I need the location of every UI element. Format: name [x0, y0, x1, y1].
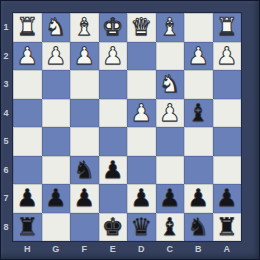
square-c3[interactable]: ♞: [156, 70, 185, 99]
white-pawn[interactable]: ♟: [45, 42, 67, 70]
rank-label-7: 7: [0, 184, 12, 213]
square-e3[interactable]: [99, 70, 128, 99]
square-f8[interactable]: [70, 213, 99, 242]
chess-diagram: ♜♞♝♚♛♝♜♟♟♟♟♟♟♞♟♟♝♞♟♟♟♟♟♟♟♟♜♚♛♝♞♜ 1234567…: [0, 0, 260, 260]
black-queen[interactable]: ♛: [130, 213, 152, 241]
file-label-f: F: [70, 243, 99, 256]
black-knight[interactable]: ♞: [187, 213, 209, 241]
black-pawn[interactable]: ♟: [16, 184, 38, 212]
file-label-h: H: [13, 243, 42, 256]
white-knight[interactable]: ♞: [45, 13, 67, 41]
square-g7[interactable]: ♟: [42, 184, 71, 213]
square-h5[interactable]: [13, 127, 42, 156]
rank-label-2: 2: [0, 42, 12, 71]
square-h1[interactable]: ♜: [13, 13, 42, 42]
square-c2[interactable]: [156, 42, 185, 71]
rank-label-5: 5: [0, 127, 12, 156]
black-bishop[interactable]: ♝: [187, 99, 209, 127]
white-queen[interactable]: ♛: [130, 13, 152, 41]
square-b4[interactable]: ♝: [184, 99, 213, 128]
white-bishop[interactable]: ♝: [159, 13, 181, 41]
black-rook[interactable]: ♜: [216, 213, 238, 241]
black-pawn[interactable]: ♟: [159, 184, 181, 212]
square-d2[interactable]: [127, 42, 156, 71]
square-h3[interactable]: [13, 70, 42, 99]
square-g4[interactable]: [42, 99, 71, 128]
square-g6[interactable]: [42, 156, 71, 185]
square-b2[interactable]: ♟: [184, 42, 213, 71]
square-g3[interactable]: [42, 70, 71, 99]
square-d3[interactable]: [127, 70, 156, 99]
black-pawn[interactable]: ♟: [187, 184, 209, 212]
square-f6[interactable]: ♞: [70, 156, 99, 185]
square-a2[interactable]: ♟: [213, 42, 242, 71]
rank-label-3: 3: [0, 70, 12, 99]
white-rook[interactable]: ♜: [216, 13, 238, 41]
square-c1[interactable]: ♝: [156, 13, 185, 42]
square-b6[interactable]: [184, 156, 213, 185]
chess-board: ♜♞♝♚♛♝♜♟♟♟♟♟♟♞♟♟♝♞♟♟♟♟♟♟♟♟♜♚♛♝♞♜: [12, 12, 242, 242]
file-label-g: G: [42, 243, 71, 256]
black-pawn[interactable]: ♟: [216, 184, 238, 212]
file-label-d: D: [127, 243, 156, 256]
white-bishop[interactable]: ♝: [73, 13, 95, 41]
white-rook[interactable]: ♜: [16, 13, 38, 41]
black-rook[interactable]: ♜: [16, 213, 38, 241]
square-b7[interactable]: ♟: [184, 184, 213, 213]
square-f4[interactable]: [70, 99, 99, 128]
rank-label-4: 4: [0, 99, 12, 128]
square-a4[interactable]: [213, 99, 242, 128]
black-pawn[interactable]: ♟: [130, 184, 152, 212]
square-c5[interactable]: [156, 127, 185, 156]
black-bishop[interactable]: ♝: [159, 213, 181, 241]
square-e6[interactable]: ♟: [99, 156, 128, 185]
square-f1[interactable]: ♝: [70, 13, 99, 42]
square-g5[interactable]: [42, 127, 71, 156]
square-e4[interactable]: [99, 99, 128, 128]
square-b5[interactable]: [184, 127, 213, 156]
square-h6[interactable]: [13, 156, 42, 185]
square-c4[interactable]: ♟: [156, 99, 185, 128]
black-pawn[interactable]: ♟: [102, 156, 124, 184]
square-h4[interactable]: [13, 99, 42, 128]
square-a8[interactable]: ♜: [213, 213, 242, 242]
square-d7[interactable]: ♟: [127, 184, 156, 213]
square-g2[interactable]: ♟: [42, 42, 71, 71]
square-g8[interactable]: [42, 213, 71, 242]
square-b3[interactable]: [184, 70, 213, 99]
square-c6[interactable]: [156, 156, 185, 185]
white-pawn[interactable]: ♟: [216, 42, 238, 70]
square-c8[interactable]: ♝: [156, 213, 185, 242]
white-pawn[interactable]: ♟: [102, 42, 124, 70]
black-pawn[interactable]: ♟: [73, 184, 95, 212]
square-a5[interactable]: [213, 127, 242, 156]
rank-label-8: 8: [0, 213, 12, 242]
square-d5[interactable]: [127, 127, 156, 156]
file-label-c: C: [156, 243, 185, 256]
white-pawn[interactable]: ♟: [73, 42, 95, 70]
square-a6[interactable]: [213, 156, 242, 185]
square-d4[interactable]: ♟: [127, 99, 156, 128]
white-pawn[interactable]: ♟: [159, 99, 181, 127]
white-pawn[interactable]: ♟: [16, 42, 38, 70]
square-b1[interactable]: [184, 13, 213, 42]
white-pawn[interactable]: ♟: [187, 42, 209, 70]
black-king[interactable]: ♚: [102, 213, 124, 241]
square-f7[interactable]: ♟: [70, 184, 99, 213]
square-g1[interactable]: ♞: [42, 13, 71, 42]
square-d1[interactable]: ♛: [127, 13, 156, 42]
square-f5[interactable]: [70, 127, 99, 156]
black-knight[interactable]: ♞: [73, 156, 95, 184]
square-a3[interactable]: [213, 70, 242, 99]
file-label-b: B: [184, 243, 213, 256]
square-e2[interactable]: ♟: [99, 42, 128, 71]
white-knight[interactable]: ♞: [159, 70, 181, 98]
square-b8[interactable]: ♞: [184, 213, 213, 242]
square-h7[interactable]: ♟: [13, 184, 42, 213]
square-f3[interactable]: [70, 70, 99, 99]
square-e1[interactable]: ♚: [99, 13, 128, 42]
square-d6[interactable]: [127, 156, 156, 185]
black-pawn[interactable]: ♟: [45, 184, 67, 212]
square-e8[interactable]: ♚: [99, 213, 128, 242]
square-c7[interactable]: ♟: [156, 184, 185, 213]
file-label-e: E: [99, 243, 128, 256]
square-e7[interactable]: [99, 184, 128, 213]
white-king[interactable]: ♚: [102, 13, 124, 41]
square-a7[interactable]: ♟: [213, 184, 242, 213]
rank-label-6: 6: [0, 156, 12, 185]
square-h8[interactable]: ♜: [13, 213, 42, 242]
file-label-a: A: [213, 243, 242, 256]
square-d8[interactable]: ♛: [127, 213, 156, 242]
square-e5[interactable]: [99, 127, 128, 156]
rank-label-1: 1: [0, 13, 12, 42]
square-h2[interactable]: ♟: [13, 42, 42, 71]
white-pawn[interactable]: ♟: [130, 99, 152, 127]
square-f2[interactable]: ♟: [70, 42, 99, 71]
square-a1[interactable]: ♜: [213, 13, 242, 42]
